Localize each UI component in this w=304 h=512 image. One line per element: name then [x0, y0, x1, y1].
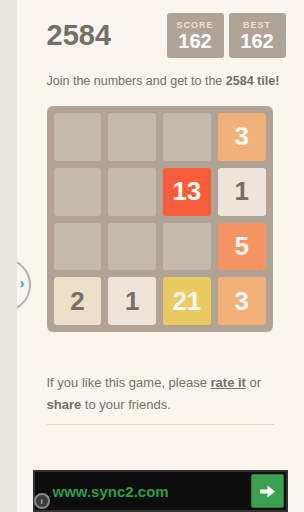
page-title: 2584	[47, 13, 112, 58]
side-pull-tab[interactable]: ›	[17, 258, 31, 312]
empty-cell-r3c2	[108, 223, 156, 271]
divider	[47, 424, 274, 425]
score-label: SCORE	[176, 20, 213, 30]
empty-cell-r3c3	[163, 223, 211, 271]
empty-cell-r2c1	[54, 168, 102, 216]
rate-share-text: If you like this game, please rate it or…	[47, 372, 285, 416]
ad-banner[interactable]: www.sync2.com i	[33, 470, 288, 512]
empty-cell-r2c2	[108, 168, 156, 216]
app-screen: 2584 SCORE 162 BEST 162 Join the numbers…	[17, 0, 304, 512]
empty-cell-r1c3	[163, 113, 211, 161]
best-value: 162	[240, 30, 273, 52]
right-arrow-icon	[260, 485, 275, 498]
tile-13-r2c3: 13	[163, 168, 211, 216]
best-box: BEST 162	[229, 13, 286, 58]
tile-2-r4c1: 2	[54, 277, 102, 325]
tile-1-r2c4: 1	[218, 168, 266, 216]
tile-5-r3c4: 5	[218, 223, 266, 271]
ad-url-text[interactable]: www.sync2.com	[53, 483, 169, 500]
tile-3-r4c4: 3	[218, 277, 266, 325]
score-box: SCORE 162	[167, 13, 224, 58]
tile-3-r1c4: 3	[218, 113, 266, 161]
chevron-right-icon: ›	[20, 275, 25, 290]
board-grid[interactable]: 3131521213	[47, 106, 273, 332]
score-boxes: SCORE 162 BEST 162	[167, 13, 286, 58]
share-link[interactable]: share	[47, 397, 82, 412]
tile-21-r4c3: 21	[163, 277, 211, 325]
empty-cell-r1c1	[54, 113, 102, 161]
goal-text: Join the numbers and get to the 2584 til…	[47, 74, 287, 88]
empty-cell-r3c1	[54, 223, 102, 271]
score-value: 162	[178, 30, 211, 52]
tile-1-r4c2: 1	[108, 277, 156, 325]
goal-tile-text: 2584 tile!	[226, 74, 280, 88]
ad-info-icon[interactable]: i	[34, 493, 50, 509]
best-label: BEST	[243, 20, 271, 30]
header: 2584 SCORE 162 BEST 162	[47, 13, 286, 58]
ad-arrow-button[interactable]	[251, 474, 284, 508]
empty-cell-r1c2	[108, 113, 156, 161]
rate-it-link[interactable]: rate it	[211, 375, 246, 390]
